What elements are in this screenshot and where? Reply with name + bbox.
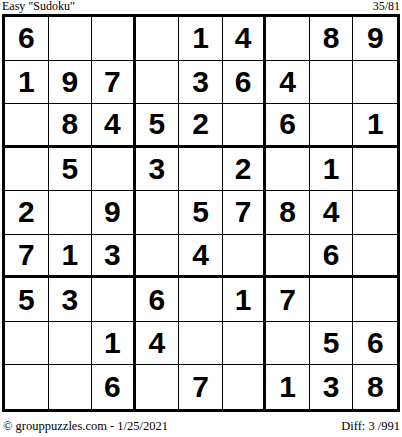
cell-r1c6[interactable]: 4 — [223, 17, 267, 61]
sudoku-page: Easy "Sudoku" 35/81 61489197364845261532… — [0, 0, 402, 437]
cell-r2c3[interactable]: 7 — [92, 61, 136, 105]
cell-r1c7[interactable] — [266, 17, 310, 61]
cell-r2c9[interactable] — [353, 61, 397, 105]
cell-r6c4[interactable] — [136, 235, 180, 279]
cell-r5c7[interactable]: 8 — [266, 191, 310, 235]
cell-r2c1[interactable]: 1 — [5, 61, 49, 105]
page-title: Easy "Sudoku" — [2, 0, 75, 13]
cell-r9c4[interactable] — [136, 365, 180, 409]
cell-r3c9[interactable]: 1 — [353, 104, 397, 148]
cell-r5c9[interactable] — [353, 191, 397, 235]
cell-r1c3[interactable] — [92, 17, 136, 61]
cell-r9c7[interactable]: 1 — [266, 365, 310, 409]
cell-r2c4[interactable] — [136, 61, 180, 105]
cell-r8c7[interactable] — [266, 322, 310, 366]
cell-r1c4[interactable] — [136, 17, 180, 61]
cell-r8c6[interactable] — [223, 322, 267, 366]
footer: © grouppuzzles.com - 1/25/2021 Diff: 3 /… — [3, 419, 400, 433]
cell-r2c6[interactable]: 6 — [223, 61, 267, 105]
cell-r7c7[interactable]: 7 — [266, 278, 310, 322]
cell-r6c5[interactable]: 4 — [179, 235, 223, 279]
cell-r1c8[interactable]: 8 — [310, 17, 354, 61]
cell-r4c2[interactable]: 5 — [49, 148, 93, 192]
cell-r4c1[interactable] — [5, 148, 49, 192]
cell-r7c9[interactable] — [353, 278, 397, 322]
cell-r5c6[interactable]: 7 — [223, 191, 267, 235]
cell-r7c2[interactable]: 3 — [49, 278, 93, 322]
cell-r5c4[interactable] — [136, 191, 180, 235]
header: Easy "Sudoku" 35/81 — [2, 0, 400, 13]
cell-r7c3[interactable] — [92, 278, 136, 322]
cell-r8c4[interactable]: 4 — [136, 322, 180, 366]
cell-r1c1[interactable]: 6 — [5, 17, 49, 61]
cell-r5c8[interactable]: 4 — [310, 191, 354, 235]
cell-r5c1[interactable]: 2 — [5, 191, 49, 235]
cell-r8c3[interactable]: 1 — [92, 322, 136, 366]
cell-r3c2[interactable]: 8 — [49, 104, 93, 148]
cell-r8c8[interactable]: 5 — [310, 322, 354, 366]
cell-r6c8[interactable]: 6 — [310, 235, 354, 279]
cell-r9c3[interactable]: 6 — [92, 365, 136, 409]
cell-r6c1[interactable]: 7 — [5, 235, 49, 279]
cell-r5c3[interactable]: 9 — [92, 191, 136, 235]
difficulty-text: Diff: 3 /991 — [341, 419, 400, 433]
cell-r6c9[interactable] — [353, 235, 397, 279]
cell-r8c1[interactable] — [5, 322, 49, 366]
cell-r7c1[interactable]: 5 — [5, 278, 49, 322]
cell-r9c6[interactable] — [223, 365, 267, 409]
cell-r1c9[interactable]: 9 — [353, 17, 397, 61]
cell-r4c9[interactable] — [353, 148, 397, 192]
cell-r3c8[interactable] — [310, 104, 354, 148]
cell-r4c6[interactable]: 2 — [223, 148, 267, 192]
cell-r2c8[interactable] — [310, 61, 354, 105]
cell-r3c3[interactable]: 4 — [92, 104, 136, 148]
cell-r9c1[interactable] — [5, 365, 49, 409]
cell-r3c6[interactable] — [223, 104, 267, 148]
cell-r4c3[interactable] — [92, 148, 136, 192]
cell-r4c5[interactable] — [179, 148, 223, 192]
cell-r7c8[interactable] — [310, 278, 354, 322]
progress-counter: 35/81 — [373, 0, 400, 13]
cell-r4c8[interactable]: 1 — [310, 148, 354, 192]
cell-r8c9[interactable]: 6 — [353, 322, 397, 366]
cell-r7c4[interactable]: 6 — [136, 278, 180, 322]
cell-r2c2[interactable]: 9 — [49, 61, 93, 105]
cell-r6c7[interactable] — [266, 235, 310, 279]
cell-r3c1[interactable] — [5, 104, 49, 148]
copyright-text: © grouppuzzles.com - 1/25/2021 — [3, 419, 168, 433]
cell-r9c8[interactable]: 3 — [310, 365, 354, 409]
cell-r9c5[interactable]: 7 — [179, 365, 223, 409]
cell-r8c5[interactable] — [179, 322, 223, 366]
sudoku-board: 6148919736484526153212957847134653617145… — [2, 14, 400, 412]
cell-r9c9[interactable]: 8 — [353, 365, 397, 409]
cell-r3c7[interactable]: 6 — [266, 104, 310, 148]
cell-r6c6[interactable] — [223, 235, 267, 279]
cell-r8c2[interactable] — [49, 322, 93, 366]
cell-r2c5[interactable]: 3 — [179, 61, 223, 105]
cell-r3c4[interactable]: 5 — [136, 104, 180, 148]
cell-r7c5[interactable] — [179, 278, 223, 322]
cell-r4c7[interactable] — [266, 148, 310, 192]
cell-r1c2[interactable] — [49, 17, 93, 61]
cell-r5c2[interactable] — [49, 191, 93, 235]
cell-r2c7[interactable]: 4 — [266, 61, 310, 105]
cell-r7c6[interactable]: 1 — [223, 278, 267, 322]
cell-r4c4[interactable]: 3 — [136, 148, 180, 192]
cell-r3c5[interactable]: 2 — [179, 104, 223, 148]
cell-r9c2[interactable] — [49, 365, 93, 409]
cell-r6c2[interactable]: 1 — [49, 235, 93, 279]
cell-r6c3[interactable]: 3 — [92, 235, 136, 279]
cell-r5c5[interactable]: 5 — [179, 191, 223, 235]
cell-r1c5[interactable]: 1 — [179, 17, 223, 61]
